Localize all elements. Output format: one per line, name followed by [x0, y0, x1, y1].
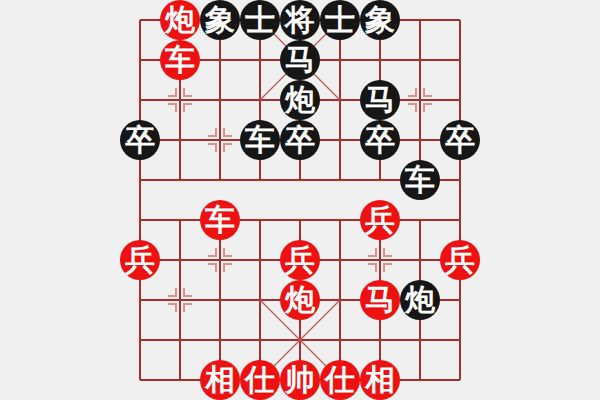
black-general[interactable]: 将 [280, 0, 320, 40]
black-chariot[interactable]: 车 [400, 160, 440, 200]
pieces-layer: 炮象士将士象车马炮马卒车卒卒卒车车兵兵兵兵炮马炮相仕帅仕相 [0, 0, 600, 400]
red-soldier[interactable]: 兵 [120, 240, 160, 280]
black-horse[interactable]: 马 [280, 40, 320, 80]
red-cannon[interactable]: 炮 [280, 280, 320, 320]
red-cannon[interactable]: 炮 [160, 0, 200, 40]
black-soldier[interactable]: 卒 [280, 120, 320, 160]
black-elephant[interactable]: 象 [360, 0, 400, 40]
red-advisor[interactable]: 仕 [240, 360, 280, 400]
black-soldier[interactable]: 卒 [360, 120, 400, 160]
black-chariot[interactable]: 车 [240, 120, 280, 160]
black-advisor[interactable]: 士 [240, 0, 280, 40]
black-horse[interactable]: 马 [360, 80, 400, 120]
red-elephant[interactable]: 相 [200, 360, 240, 400]
black-cannon[interactable]: 炮 [400, 280, 440, 320]
black-soldier[interactable]: 卒 [120, 120, 160, 160]
red-soldier[interactable]: 兵 [360, 200, 400, 240]
black-elephant[interactable]: 象 [200, 0, 240, 40]
red-soldier[interactable]: 兵 [440, 240, 480, 280]
red-chariot[interactable]: 车 [200, 200, 240, 240]
black-cannon[interactable]: 炮 [280, 80, 320, 120]
red-elephant[interactable]: 相 [360, 360, 400, 400]
red-chariot[interactable]: 车 [160, 40, 200, 80]
red-soldier[interactable]: 兵 [280, 240, 320, 280]
xiangqi-app: 炮象士将士象车马炮马卒车卒卒卒车车兵兵兵兵炮马炮相仕帅仕相 [0, 0, 600, 400]
black-advisor[interactable]: 士 [320, 0, 360, 40]
red-general[interactable]: 帅 [280, 360, 320, 400]
red-advisor[interactable]: 仕 [320, 360, 360, 400]
black-soldier[interactable]: 卒 [440, 120, 480, 160]
red-horse[interactable]: 马 [360, 280, 400, 320]
